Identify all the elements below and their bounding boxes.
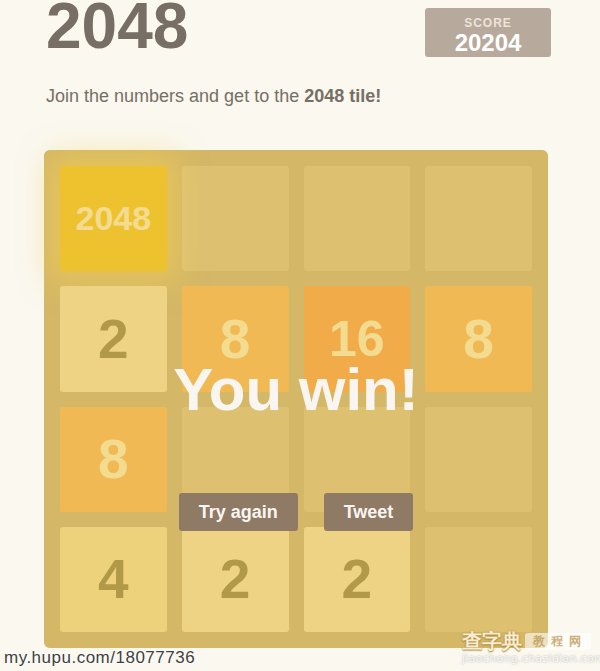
try-again-button[interactable]: Try again [179, 493, 298, 531]
chazidian-logo: 查字典 [462, 630, 522, 652]
subtitle-goal: 2048 tile! [304, 86, 381, 106]
win-message: You win! [44, 360, 548, 420]
chazidian-badge: 教程网 [525, 633, 591, 650]
watermark-hupu-url: my.hupu.com/18077736 [4, 648, 195, 668]
game-board[interactable]: 2048281688422 You win! Try again Tweet [44, 150, 548, 648]
win-overlay: You win! Try again Tweet [44, 150, 548, 648]
game-title: 2048 [46, 0, 188, 62]
score-box: SCORE 20204 [425, 8, 551, 57]
subtitle: Join the numbers and get to the 2048 til… [46, 84, 381, 108]
chazidian-url: jiaocheng.chazidian.com [462, 653, 598, 665]
overlay-buttons: Try again Tweet [44, 493, 548, 531]
subtitle-text: Join the numbers and get to the [46, 86, 304, 106]
tweet-button[interactable]: Tweet [324, 493, 414, 531]
page: 2048 SCORE 20204 Join the numbers and ge… [0, 0, 600, 671]
score-value: 20204 [425, 30, 551, 56]
chazidian-logo-row: 查字典 教程网 [462, 630, 598, 652]
watermark-chazidian: 查字典 教程网 jiaocheng.chazidian.com [462, 630, 598, 665]
score-label: SCORE [425, 16, 551, 30]
